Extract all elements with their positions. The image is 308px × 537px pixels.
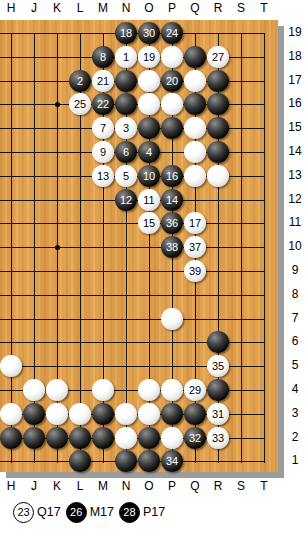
stone-H3[interactable] (0, 403, 22, 425)
move-number: 29 (189, 379, 201, 401)
row-label-7: 7 (285, 311, 305, 325)
col-label-bottom-K: K (47, 479, 67, 493)
stone-P3[interactable] (161, 403, 183, 425)
caption-point-P17: P17 (143, 505, 165, 519)
row-label-15: 15 (285, 120, 305, 134)
row-label-13: 13 (285, 168, 305, 182)
grid-vline-S (241, 33, 242, 463)
stone-L1[interactable] (69, 450, 91, 472)
stone-Q3[interactable] (184, 403, 206, 425)
row-label-8: 8 (285, 287, 305, 301)
stone-M3[interactable] (92, 403, 114, 425)
row-label-9: 9 (285, 263, 305, 277)
move-number: 9 (100, 141, 106, 163)
col-label-top-L: L (70, 1, 90, 15)
stone-J3[interactable] (23, 403, 45, 425)
stone-P19[interactable]: 24 (161, 22, 183, 44)
stone-O19[interactable]: 30 (138, 22, 160, 44)
stone-R16[interactable] (207, 93, 229, 115)
stone-L2[interactable] (69, 427, 91, 449)
col-label-top-H: H (1, 1, 21, 15)
stone-R6[interactable] (207, 331, 229, 353)
move-number: 27 (212, 46, 224, 68)
col-label-bottom-S: S (231, 479, 251, 493)
col-label-bottom-L: L (70, 479, 90, 493)
stone-R5[interactable]: 35 (207, 355, 229, 377)
stone-O14[interactable]: 4 (138, 141, 160, 163)
stone-M2[interactable] (92, 427, 114, 449)
col-label-bottom-M: M (93, 479, 113, 493)
move-number: 17 (189, 212, 201, 234)
stone-O15[interactable] (138, 117, 160, 139)
stone-P1[interactable]: 34 (161, 450, 183, 472)
grid-hline-8 (0, 295, 265, 296)
stone-O16[interactable] (138, 93, 160, 115)
col-label-top-R: R (208, 1, 228, 15)
stone-N12[interactable]: 12 (115, 189, 137, 211)
stone-R17[interactable] (207, 70, 229, 92)
stone-O1[interactable] (138, 450, 160, 472)
move-number: 38 (166, 236, 178, 258)
stone-H2[interactable] (0, 427, 22, 449)
move-number: 18 (120, 22, 132, 44)
stone-M14[interactable]: 9 (92, 141, 114, 163)
stone-P17[interactable]: 20 (161, 70, 183, 92)
move-number: 22 (97, 93, 109, 115)
move-number: 33 (212, 427, 224, 449)
stone-N3[interactable] (115, 403, 137, 425)
move-number: 37 (189, 236, 201, 258)
stone-P16[interactable] (161, 93, 183, 115)
grid-vline-T (264, 33, 265, 463)
stone-R18[interactable]: 27 (207, 46, 229, 68)
caption-point-M17: M17 (90, 505, 114, 519)
row-label-17: 17 (285, 73, 305, 87)
go-board[interactable]: 1830248119272212025227396413510161211141… (0, 20, 278, 472)
col-label-top-O: O (139, 1, 159, 15)
stone-P11[interactable]: 36 (161, 212, 183, 234)
stone-K2[interactable] (46, 427, 68, 449)
stone-N1[interactable] (115, 450, 137, 472)
grid-hline-10 (0, 247, 265, 248)
move-number: 31 (212, 403, 224, 425)
move-number: 12 (120, 189, 132, 211)
stone-R3[interactable]: 31 (207, 403, 229, 425)
stone-R14[interactable] (207, 141, 229, 163)
col-label-top-T: T (254, 1, 274, 15)
stone-Q14[interactable] (184, 141, 206, 163)
stone-J2[interactable] (23, 427, 45, 449)
stone-O3[interactable] (138, 403, 160, 425)
row-label-2: 2 (285, 430, 305, 444)
row-label-14: 14 (285, 144, 305, 158)
col-label-bottom-T: T (254, 479, 274, 493)
stone-P10[interactable]: 38 (161, 236, 183, 258)
move-number: 14 (166, 189, 178, 211)
stone-P4[interactable] (161, 379, 183, 401)
move-number: 34 (166, 450, 178, 472)
caption-point-Q17: Q17 (37, 505, 61, 519)
go-diagram-window: { "game": "go", "board": { "size": 19, "… (0, 0, 308, 537)
stone-L17[interactable]: 2 (69, 70, 91, 92)
row-label-18: 18 (285, 49, 305, 63)
col-label-bottom-J: J (24, 479, 44, 493)
move-number: 16 (166, 165, 178, 187)
stone-P15[interactable] (161, 117, 183, 139)
col-label-bottom-O: O (139, 479, 159, 493)
stone-M17[interactable]: 21 (92, 70, 114, 92)
move-number: 35 (212, 355, 224, 377)
move-number: 36 (166, 212, 178, 234)
caption-stone-28: 28 (119, 502, 140, 523)
stone-O18[interactable]: 19 (138, 46, 160, 68)
stone-J4[interactable] (23, 379, 45, 401)
stone-N16[interactable] (115, 93, 137, 115)
stone-Q13[interactable] (184, 165, 206, 187)
row-label-1: 1 (285, 453, 305, 467)
stone-N13[interactable]: 5 (115, 165, 137, 187)
move-number: 39 (189, 260, 201, 282)
stone-P7[interactable] (161, 308, 183, 330)
col-label-top-Q: Q (185, 1, 205, 15)
move-number: 19 (143, 46, 155, 68)
row-label-5: 5 (285, 358, 305, 372)
stone-O4[interactable] (138, 379, 160, 401)
row-label-6: 6 (285, 334, 305, 348)
stone-N18[interactable]: 1 (115, 46, 137, 68)
stone-M16[interactable]: 22 (92, 93, 114, 115)
move-number: 3 (123, 117, 129, 139)
caption-stone-23: 23 (13, 502, 34, 523)
move-number: 7 (100, 117, 106, 139)
stone-N15[interactable]: 3 (115, 117, 137, 139)
col-label-bottom-R: R (208, 479, 228, 493)
stone-N17[interactable] (115, 70, 137, 92)
stone-P18[interactable] (161, 46, 183, 68)
stone-O17[interactable] (138, 70, 160, 92)
stone-P2[interactable] (161, 427, 183, 449)
move-number: 20 (166, 70, 178, 92)
stone-L16[interactable]: 25 (69, 93, 91, 115)
move-number: 13 (97, 165, 109, 187)
col-label-bottom-H: H (1, 479, 21, 493)
col-label-top-S: S (231, 1, 251, 15)
grid-hline-9 (0, 271, 265, 272)
grid-hline-11 (0, 223, 265, 224)
stone-Q15[interactable] (184, 117, 206, 139)
col-label-bottom-N: N (116, 479, 136, 493)
stone-Q2[interactable]: 32 (184, 427, 206, 449)
row-label-3: 3 (285, 406, 305, 420)
move-number: 4 (146, 141, 152, 163)
stone-O12[interactable]: 11 (138, 189, 160, 211)
move-number: 2 (77, 70, 83, 92)
stone-Q9[interactable]: 39 (184, 260, 206, 282)
grid-vline-H (11, 33, 12, 463)
move-number: 8 (100, 46, 106, 68)
row-label-10: 10 (285, 239, 305, 253)
move-number: 5 (123, 165, 129, 187)
move-number: 21 (97, 70, 109, 92)
move-number: 25 (74, 93, 86, 115)
move-number: 1 (123, 46, 129, 68)
stone-Q10[interactable]: 37 (184, 236, 206, 258)
stone-N19[interactable]: 18 (115, 22, 137, 44)
col-label-top-K: K (47, 1, 67, 15)
stone-M18[interactable]: 8 (92, 46, 114, 68)
stone-O2[interactable] (138, 427, 160, 449)
stone-N2[interactable] (115, 427, 137, 449)
stone-M15[interactable]: 7 (92, 117, 114, 139)
stone-R2[interactable]: 33 (207, 427, 229, 449)
stone-O13[interactable]: 10 (138, 165, 160, 187)
col-label-bottom-Q: Q (185, 479, 205, 493)
row-label-11: 11 (285, 215, 305, 229)
stone-K3[interactable] (46, 403, 68, 425)
stone-R13[interactable] (207, 165, 229, 187)
stone-P13[interactable]: 16 (161, 165, 183, 187)
row-label-4: 4 (285, 382, 305, 396)
row-label-19: 19 (285, 25, 305, 39)
grid-hline-7 (0, 319, 265, 320)
col-label-top-N: N (116, 1, 136, 15)
stone-Q16[interactable] (184, 93, 206, 115)
move-number: 10 (143, 165, 155, 187)
move-annotations: 23Q1726M1728P17 (13, 501, 167, 523)
stone-N14[interactable]: 6 (115, 141, 137, 163)
stone-Q11[interactable]: 17 (184, 212, 206, 234)
move-number: 30 (143, 22, 155, 44)
move-number: 32 (189, 427, 201, 449)
stone-Q17[interactable] (184, 70, 206, 92)
stone-Q18[interactable] (184, 46, 206, 68)
move-number: 15 (143, 212, 155, 234)
caption-stone-26: 26 (66, 502, 87, 523)
stone-M4[interactable] (92, 379, 114, 401)
stone-R4[interactable] (207, 379, 229, 401)
stone-R15[interactable] (207, 117, 229, 139)
stone-M13[interactable]: 13 (92, 165, 114, 187)
move-number: 11 (143, 189, 154, 211)
stone-P12[interactable]: 14 (161, 189, 183, 211)
col-label-top-P: P (162, 1, 182, 15)
stone-O11[interactable]: 15 (138, 212, 160, 234)
col-label-bottom-P: P (162, 479, 182, 493)
row-label-12: 12 (285, 192, 305, 206)
row-label-16: 16 (285, 96, 305, 110)
move-number: 24 (166, 22, 178, 44)
stone-Q4[interactable]: 29 (184, 379, 206, 401)
move-number: 6 (123, 141, 129, 163)
stone-H5[interactable] (0, 355, 22, 377)
col-label-top-M: M (93, 1, 113, 15)
stone-L3[interactable] (69, 403, 91, 425)
col-label-top-J: J (24, 1, 44, 15)
stone-K4[interactable] (46, 379, 68, 401)
